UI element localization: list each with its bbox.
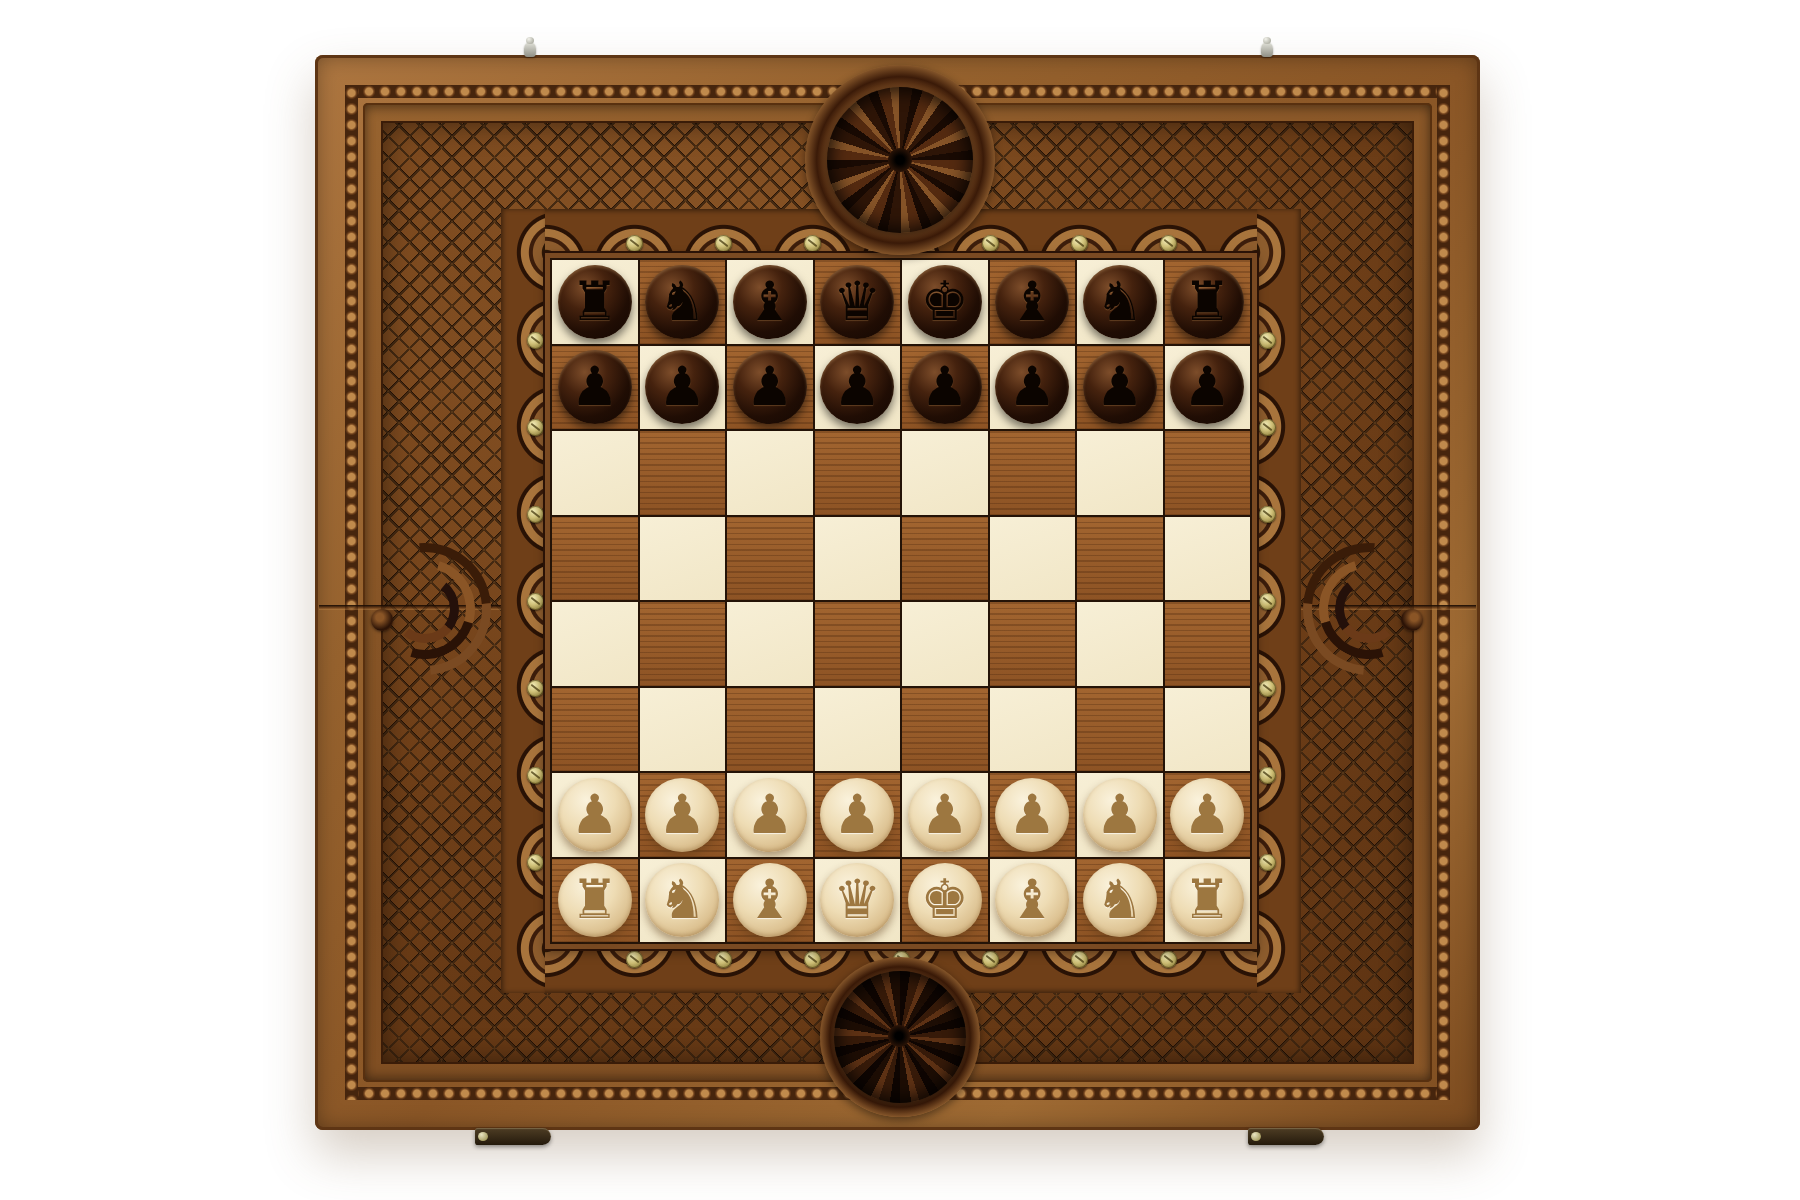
brass-screw-top-6 bbox=[1071, 235, 1088, 252]
square-f6[interactable] bbox=[990, 431, 1076, 515]
square-h4[interactable] bbox=[1165, 602, 1251, 686]
square-b4[interactable] bbox=[640, 602, 726, 686]
brass-screw-right-7 bbox=[1259, 854, 1276, 871]
square-a6[interactable] bbox=[552, 431, 638, 515]
brass-screw-right-1 bbox=[1259, 332, 1276, 349]
square-b5[interactable] bbox=[640, 517, 726, 601]
palmette-volute bbox=[1401, 609, 1423, 631]
rosette-hub bbox=[888, 148, 912, 172]
square-f5[interactable] bbox=[990, 517, 1076, 601]
white-knight-g1[interactable]: ♞ bbox=[1083, 863, 1157, 937]
square-b1[interactable]: ♞ bbox=[640, 859, 726, 943]
square-a2[interactable]: ♟ bbox=[552, 773, 638, 857]
square-h2[interactable]: ♟ bbox=[1165, 773, 1251, 857]
white-bishop-c1[interactable]: ♝ bbox=[733, 863, 807, 937]
brass-screw-right-6 bbox=[1259, 767, 1276, 784]
square-c8[interactable]: ♝ bbox=[727, 260, 813, 344]
black-rook-h8[interactable]: ♜ bbox=[1170, 265, 1244, 339]
brass-screw-top-1 bbox=[626, 235, 643, 252]
square-b6[interactable] bbox=[640, 431, 726, 515]
square-d3[interactable] bbox=[815, 688, 901, 772]
brass-screw-left-6 bbox=[527, 767, 544, 784]
square-b3[interactable] bbox=[640, 688, 726, 772]
square-c2[interactable]: ♟ bbox=[727, 773, 813, 857]
brass-screw-left-5 bbox=[527, 680, 544, 697]
carved-chess-box: ♜♞♝♛♚♝♞♜♟♟♟♟♟♟♟♟♟♟♟♟♟♟♟♟♜♞♝♛♚♝♞♜ bbox=[315, 55, 1480, 1130]
black-queen-d8[interactable]: ♛ bbox=[820, 265, 894, 339]
square-a7[interactable]: ♟ bbox=[552, 346, 638, 430]
brass-screw-bottom-6 bbox=[1071, 951, 1088, 968]
black-king-e8[interactable]: ♚ bbox=[908, 265, 982, 339]
brass-screw-bottom-5 bbox=[982, 951, 999, 968]
white-pawn-f2[interactable]: ♟ bbox=[995, 778, 1069, 852]
square-g7[interactable]: ♟ bbox=[1077, 346, 1163, 430]
square-d7[interactable]: ♟ bbox=[815, 346, 901, 430]
square-a1[interactable]: ♜ bbox=[552, 859, 638, 943]
square-f7[interactable]: ♟ bbox=[990, 346, 1076, 430]
black-pawn-d7[interactable]: ♟ bbox=[820, 350, 894, 424]
white-pawn-d2[interactable]: ♟ bbox=[820, 778, 894, 852]
black-pawn-g7[interactable]: ♟ bbox=[1083, 350, 1157, 424]
square-e3[interactable] bbox=[902, 688, 988, 772]
square-a8[interactable]: ♜ bbox=[552, 260, 638, 344]
square-d1[interactable]: ♛ bbox=[815, 859, 901, 943]
square-e2[interactable]: ♟ bbox=[902, 773, 988, 857]
square-e4[interactable] bbox=[902, 602, 988, 686]
black-pawn-a7[interactable]: ♟ bbox=[558, 350, 632, 424]
square-c4[interactable] bbox=[727, 602, 813, 686]
square-f3[interactable] bbox=[990, 688, 1076, 772]
square-h8[interactable]: ♜ bbox=[1165, 260, 1251, 344]
square-g2[interactable]: ♟ bbox=[1077, 773, 1163, 857]
square-d8[interactable]: ♛ bbox=[815, 260, 901, 344]
brass-screw-top-7 bbox=[1160, 235, 1177, 252]
brass-screw-left-4 bbox=[527, 593, 544, 610]
square-d6[interactable] bbox=[815, 431, 901, 515]
white-queen-d1[interactable]: ♛ bbox=[820, 863, 894, 937]
square-b2[interactable]: ♟ bbox=[640, 773, 726, 857]
white-pawn-g2[interactable]: ♟ bbox=[1083, 778, 1157, 852]
black-pawn-e7[interactable]: ♟ bbox=[908, 350, 982, 424]
brass-screw-right-4 bbox=[1259, 593, 1276, 610]
square-h1[interactable]: ♜ bbox=[1165, 859, 1251, 943]
brass-screw-top-2 bbox=[715, 235, 732, 252]
brass-screw-bottom-1 bbox=[626, 951, 643, 968]
hinge-knob-left-icon bbox=[524, 42, 536, 57]
square-a5[interactable] bbox=[552, 517, 638, 601]
white-rook-a1[interactable]: ♜ bbox=[558, 863, 632, 937]
white-pawn-a2[interactable]: ♟ bbox=[558, 778, 632, 852]
brass-screw-left-1 bbox=[527, 332, 544, 349]
rosette-hub bbox=[888, 1025, 910, 1047]
square-h7[interactable]: ♟ bbox=[1165, 346, 1251, 430]
brass-screw-bottom-3 bbox=[804, 951, 821, 968]
square-d5[interactable] bbox=[815, 517, 901, 601]
board-surround: ♜♞♝♛♚♝♞♜♟♟♟♟♟♟♟♟♟♟♟♟♟♟♟♟♜♞♝♛♚♝♞♜ bbox=[501, 209, 1301, 993]
palmette-carving-left-icon bbox=[359, 543, 491, 675]
square-e6[interactable] bbox=[902, 431, 988, 515]
square-b8[interactable]: ♞ bbox=[640, 260, 726, 344]
square-e1[interactable]: ♚ bbox=[902, 859, 988, 943]
black-rook-a8[interactable]: ♜ bbox=[558, 265, 632, 339]
square-c6[interactable] bbox=[727, 431, 813, 515]
black-pawn-h7[interactable]: ♟ bbox=[1170, 350, 1244, 424]
latch-clasp-right-icon bbox=[1248, 1128, 1324, 1145]
square-c1[interactable]: ♝ bbox=[727, 859, 813, 943]
square-c7[interactable]: ♟ bbox=[727, 346, 813, 430]
chess-board: ♜♞♝♛♚♝♞♜♟♟♟♟♟♟♟♟♟♟♟♟♟♟♟♟♜♞♝♛♚♝♞♜ bbox=[545, 253, 1257, 949]
square-f8[interactable]: ♝ bbox=[990, 260, 1076, 344]
black-pawn-c7[interactable]: ♟ bbox=[733, 350, 807, 424]
white-rook-h1[interactable]: ♜ bbox=[1170, 863, 1244, 937]
palmette-volute bbox=[371, 609, 393, 631]
square-d2[interactable]: ♟ bbox=[815, 773, 901, 857]
palmette-carving-right-icon bbox=[1303, 543, 1435, 675]
black-bishop-f8[interactable]: ♝ bbox=[995, 265, 1069, 339]
square-f4[interactable] bbox=[990, 602, 1076, 686]
white-pawn-e2[interactable]: ♟ bbox=[908, 778, 982, 852]
brass-screw-right-2 bbox=[1259, 419, 1276, 436]
square-h6[interactable] bbox=[1165, 431, 1251, 515]
black-knight-g8[interactable]: ♞ bbox=[1083, 265, 1157, 339]
square-g8[interactable]: ♞ bbox=[1077, 260, 1163, 344]
black-pawn-f7[interactable]: ♟ bbox=[995, 350, 1069, 424]
square-e7[interactable]: ♟ bbox=[902, 346, 988, 430]
square-g1[interactable]: ♞ bbox=[1077, 859, 1163, 943]
square-g3[interactable] bbox=[1077, 688, 1163, 772]
square-f2[interactable]: ♟ bbox=[990, 773, 1076, 857]
square-g5[interactable] bbox=[1077, 517, 1163, 601]
square-b7[interactable]: ♟ bbox=[640, 346, 726, 430]
white-bishop-f1[interactable]: ♝ bbox=[995, 863, 1069, 937]
bead-border-right bbox=[1437, 85, 1450, 1100]
square-h3[interactable] bbox=[1165, 688, 1251, 772]
brass-screw-right-3 bbox=[1259, 506, 1276, 523]
square-g4[interactable] bbox=[1077, 602, 1163, 686]
brass-screw-right-5 bbox=[1259, 680, 1276, 697]
square-a3[interactable] bbox=[552, 688, 638, 772]
brass-screw-left-2 bbox=[527, 419, 544, 436]
brass-screw-bottom-7 bbox=[1160, 951, 1177, 968]
rosette-swirl-top-icon bbox=[805, 65, 995, 255]
black-knight-b8[interactable]: ♞ bbox=[645, 265, 719, 339]
white-king-e1[interactable]: ♚ bbox=[908, 863, 982, 937]
square-c5[interactable] bbox=[727, 517, 813, 601]
square-d4[interactable] bbox=[815, 602, 901, 686]
white-pawn-h2[interactable]: ♟ bbox=[1170, 778, 1244, 852]
square-g6[interactable] bbox=[1077, 431, 1163, 515]
white-pawn-c2[interactable]: ♟ bbox=[733, 778, 807, 852]
square-a4[interactable] bbox=[552, 602, 638, 686]
latch-clasp-left-icon bbox=[475, 1128, 551, 1145]
square-c3[interactable] bbox=[727, 688, 813, 772]
black-bishop-c8[interactable]: ♝ bbox=[733, 265, 807, 339]
white-knight-b1[interactable]: ♞ bbox=[645, 863, 719, 937]
black-pawn-b7[interactable]: ♟ bbox=[645, 350, 719, 424]
bead-border-left bbox=[345, 85, 358, 1100]
square-h5[interactable] bbox=[1165, 517, 1251, 601]
hinge-knob-right-icon bbox=[1261, 42, 1273, 57]
square-e5[interactable] bbox=[902, 517, 988, 601]
brass-screw-left-7 bbox=[527, 854, 544, 871]
square-f1[interactable]: ♝ bbox=[990, 859, 1076, 943]
square-e8[interactable]: ♚ bbox=[902, 260, 988, 344]
white-pawn-b2[interactable]: ♟ bbox=[645, 778, 719, 852]
rosette-swirl-bottom-icon bbox=[820, 957, 980, 1117]
brass-screw-bottom-2 bbox=[715, 951, 732, 968]
brass-screw-left-3 bbox=[527, 506, 544, 523]
